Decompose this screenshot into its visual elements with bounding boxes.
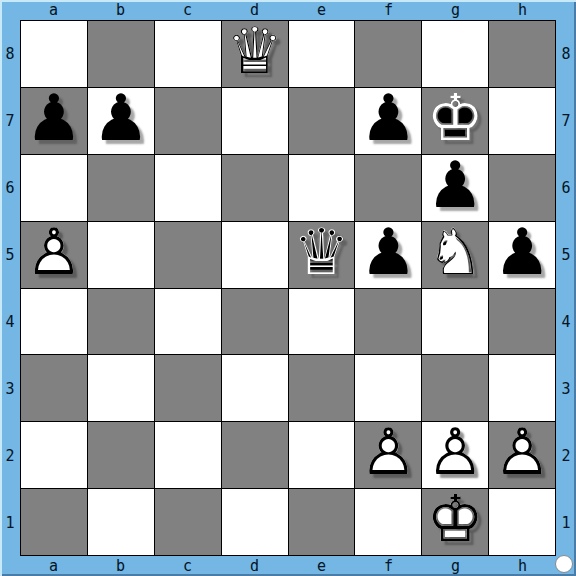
black-pawn: ♟ (355, 88, 421, 154)
rank-label-2: 2 (0, 422, 20, 489)
square-c8[interactable] (155, 21, 221, 87)
square-b7[interactable]: ♟ (88, 88, 154, 154)
file-label-f: f (355, 556, 422, 576)
rank-label-1: 1 (0, 489, 20, 556)
black-pawn: ♟ (88, 88, 154, 154)
square-g8[interactable] (422, 21, 488, 87)
square-e8[interactable] (289, 21, 355, 87)
black-queen: ♛♕ (289, 222, 355, 288)
square-g3[interactable] (422, 355, 488, 421)
file-label-e: e (288, 556, 355, 576)
square-f4[interactable] (355, 289, 421, 355)
square-g7[interactable]: ♚♔ (422, 88, 488, 154)
black-king: ♚♔ (422, 88, 488, 154)
square-h1[interactable] (489, 489, 555, 555)
file-label-a: a (20, 0, 87, 20)
square-d4[interactable] (222, 289, 288, 355)
square-f1[interactable] (355, 489, 421, 555)
square-a4[interactable] (21, 289, 87, 355)
rank-label-5: 5 (0, 221, 20, 288)
white-pawn: ♟♙ (355, 422, 421, 488)
rank-labels-right: 87654321 (556, 20, 576, 556)
square-e3[interactable] (289, 355, 355, 421)
rank-label-2: 2 (556, 422, 576, 489)
square-d5[interactable] (222, 222, 288, 288)
square-f8[interactable] (355, 21, 421, 87)
rank-label-7: 7 (556, 87, 576, 154)
white-pawn: ♟♙ (422, 422, 488, 488)
square-g2[interactable]: ♟♙ (422, 422, 488, 488)
square-e5[interactable]: ♛♕ (289, 222, 355, 288)
square-d2[interactable] (222, 422, 288, 488)
file-label-g: g (422, 0, 489, 20)
square-c5[interactable] (155, 222, 221, 288)
square-d6[interactable] (222, 155, 288, 221)
white-pawn: ♟♙ (21, 222, 87, 288)
square-h7[interactable] (489, 88, 555, 154)
square-g6[interactable]: ♟ (422, 155, 488, 221)
rank-label-6: 6 (556, 154, 576, 221)
square-e2[interactable] (289, 422, 355, 488)
rank-label-7: 7 (0, 87, 20, 154)
square-g4[interactable] (422, 289, 488, 355)
square-d1[interactable] (222, 489, 288, 555)
rank-label-5: 5 (556, 221, 576, 288)
square-h6[interactable] (489, 155, 555, 221)
square-a6[interactable] (21, 155, 87, 221)
square-c6[interactable] (155, 155, 221, 221)
file-label-b: b (87, 0, 154, 20)
square-f3[interactable] (355, 355, 421, 421)
square-g1[interactable]: ♚♔ (422, 489, 488, 555)
square-h4[interactable] (489, 289, 555, 355)
black-pawn: ♟ (21, 88, 87, 154)
turn-indicator-white-icon (555, 555, 573, 573)
board: ♛♕♟♟♟♚♔♟♟♙♛♕♟♞♘♟♟♙♟♙♟♙♚♔ (20, 20, 556, 556)
square-f7[interactable]: ♟ (355, 88, 421, 154)
white-king: ♚♔ (422, 489, 488, 555)
file-label-a: a (20, 556, 87, 576)
square-h5[interactable]: ♟ (489, 222, 555, 288)
rank-label-1: 1 (556, 489, 576, 556)
rank-label-6: 6 (0, 154, 20, 221)
white-pawn: ♟♙ (489, 422, 555, 488)
square-a8[interactable] (21, 21, 87, 87)
white-knight: ♞♘ (422, 222, 488, 288)
square-e6[interactable] (289, 155, 355, 221)
square-c1[interactable] (155, 489, 221, 555)
file-label-b: b (87, 556, 154, 576)
square-c2[interactable] (155, 422, 221, 488)
square-b6[interactable] (88, 155, 154, 221)
square-h2[interactable]: ♟♙ (489, 422, 555, 488)
square-e4[interactable] (289, 289, 355, 355)
rank-label-3: 3 (556, 355, 576, 422)
square-d7[interactable] (222, 88, 288, 154)
file-labels-bottom: abcdefgh (20, 556, 556, 576)
black-pawn: ♟ (422, 155, 488, 221)
file-label-g: g (422, 556, 489, 576)
square-f2[interactable]: ♟♙ (355, 422, 421, 488)
file-label-c: c (154, 0, 221, 20)
rank-label-4: 4 (0, 288, 20, 355)
square-f5[interactable]: ♟ (355, 222, 421, 288)
file-label-d: d (221, 0, 288, 20)
square-d3[interactable] (222, 355, 288, 421)
square-a7[interactable]: ♟ (21, 88, 87, 154)
board-frame: abcdefgh abcdefgh 87654321 87654321 ♛♕♟♟… (0, 0, 576, 576)
rank-label-8: 8 (0, 20, 20, 87)
square-b8[interactable] (88, 21, 154, 87)
black-pawn: ♟ (489, 222, 555, 288)
file-label-c: c (154, 556, 221, 576)
square-a2[interactable] (21, 422, 87, 488)
rank-labels-left: 87654321 (0, 20, 20, 556)
square-b2[interactable] (88, 422, 154, 488)
square-h8[interactable] (489, 21, 555, 87)
white-queen: ♛♕ (222, 21, 288, 87)
file-label-e: e (288, 0, 355, 20)
square-c7[interactable] (155, 88, 221, 154)
square-c3[interactable] (155, 355, 221, 421)
file-labels-top: abcdefgh (20, 0, 556, 20)
square-c4[interactable] (155, 289, 221, 355)
square-b4[interactable] (88, 289, 154, 355)
rank-label-3: 3 (0, 355, 20, 422)
square-a3[interactable] (21, 355, 87, 421)
square-b1[interactable] (88, 489, 154, 555)
square-h3[interactable] (489, 355, 555, 421)
file-label-f: f (355, 0, 422, 20)
square-a5[interactable]: ♟♙ (21, 222, 87, 288)
square-d8[interactable]: ♛♕ (222, 21, 288, 87)
black-pawn: ♟ (355, 222, 421, 288)
square-e1[interactable] (289, 489, 355, 555)
square-g5[interactable]: ♞♘ (422, 222, 488, 288)
square-a1[interactable] (21, 489, 87, 555)
rank-label-8: 8 (556, 20, 576, 87)
square-b3[interactable] (88, 355, 154, 421)
file-label-d: d (221, 556, 288, 576)
rank-label-4: 4 (556, 288, 576, 355)
square-e7[interactable] (289, 88, 355, 154)
file-label-h: h (489, 0, 556, 20)
square-b5[interactable] (88, 222, 154, 288)
file-label-h: h (489, 556, 556, 576)
square-f6[interactable] (355, 155, 421, 221)
